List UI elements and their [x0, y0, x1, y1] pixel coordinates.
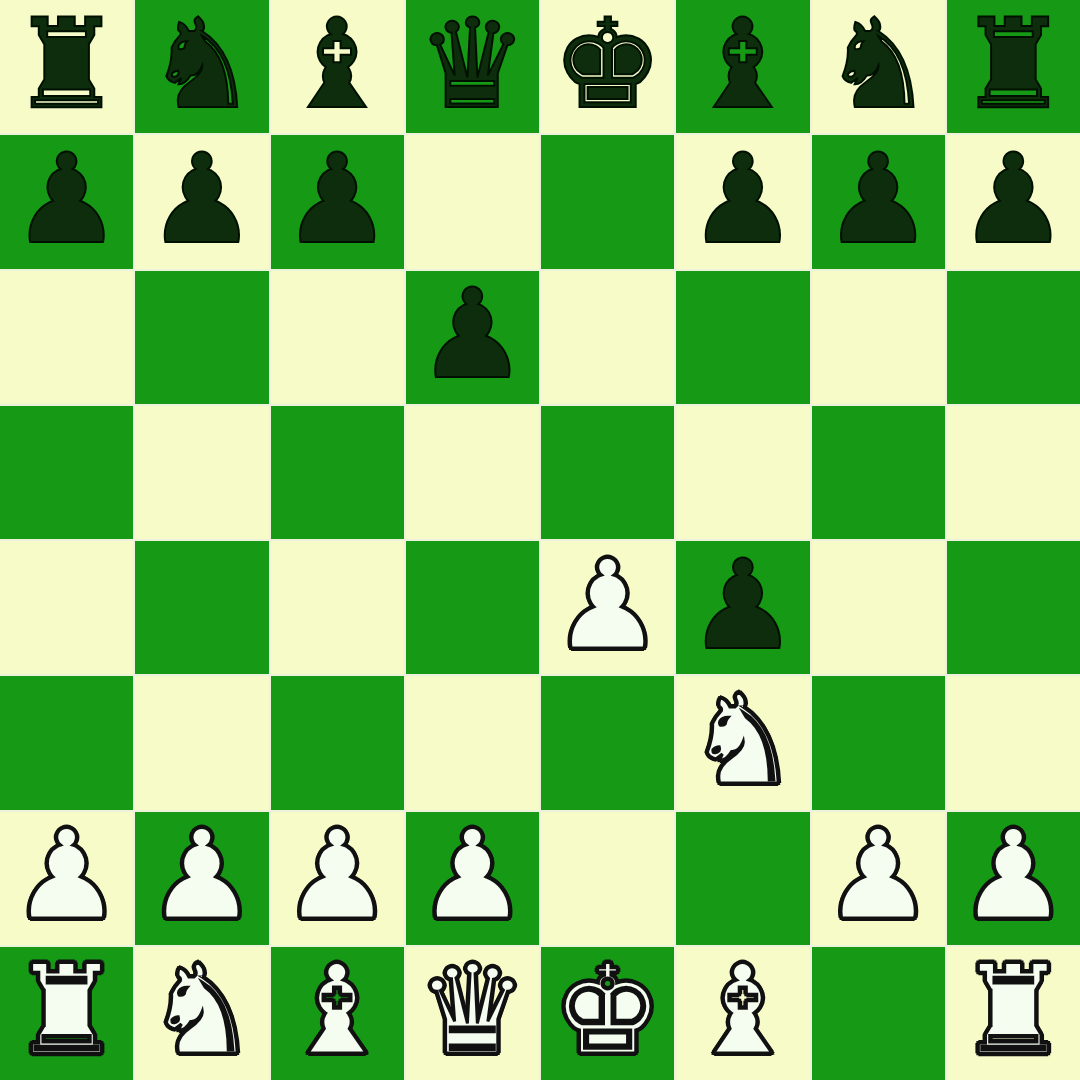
- square-g2[interactable]: ♟: [812, 812, 945, 945]
- square-c1[interactable]: ♝: [271, 947, 404, 1080]
- square-f1[interactable]: ♝: [676, 947, 809, 1080]
- square-g3[interactable]: [812, 676, 945, 809]
- square-d7[interactable]: [406, 135, 539, 268]
- black-pawn[interactable]: ♟: [687, 543, 798, 667]
- square-a2[interactable]: ♟: [0, 812, 133, 945]
- square-a8[interactable]: ♜: [0, 0, 133, 133]
- square-g5[interactable]: [812, 406, 945, 539]
- square-b3[interactable]: [135, 676, 268, 809]
- square-e3[interactable]: [541, 676, 674, 809]
- square-f8[interactable]: ♝: [676, 0, 809, 133]
- white-pawn[interactable]: ♟: [11, 813, 122, 937]
- square-g1[interactable]: [812, 947, 945, 1080]
- square-g8[interactable]: ♞: [812, 0, 945, 133]
- square-b5[interactable]: [135, 406, 268, 539]
- square-c6[interactable]: [271, 271, 404, 404]
- square-f4[interactable]: ♟: [676, 541, 809, 674]
- black-knight[interactable]: ♞: [823, 2, 934, 126]
- square-h3[interactable]: [947, 676, 1080, 809]
- black-pawn[interactable]: ♟: [958, 137, 1069, 261]
- black-bishop[interactable]: ♝: [687, 2, 798, 126]
- black-knight[interactable]: ♞: [146, 2, 257, 126]
- white-bishop[interactable]: ♝: [687, 948, 798, 1072]
- white-king[interactable]: ♚: [552, 948, 663, 1072]
- square-c8[interactable]: ♝: [271, 0, 404, 133]
- black-pawn[interactable]: ♟: [823, 137, 934, 261]
- white-pawn[interactable]: ♟: [552, 543, 663, 667]
- square-f5[interactable]: [676, 406, 809, 539]
- square-d8[interactable]: ♛: [406, 0, 539, 133]
- white-pawn[interactable]: ♟: [958, 813, 1069, 937]
- square-h6[interactable]: [947, 271, 1080, 404]
- black-rook[interactable]: ♜: [958, 2, 1069, 126]
- square-d2[interactable]: ♟: [406, 812, 539, 945]
- white-pawn[interactable]: ♟: [823, 813, 934, 937]
- square-f2[interactable]: [676, 812, 809, 945]
- black-pawn[interactable]: ♟: [11, 137, 122, 261]
- white-rook[interactable]: ♜: [958, 948, 1069, 1072]
- square-c2[interactable]: ♟: [271, 812, 404, 945]
- square-c4[interactable]: [271, 541, 404, 674]
- square-a4[interactable]: [0, 541, 133, 674]
- black-queen[interactable]: ♛: [417, 2, 528, 126]
- square-c5[interactable]: [271, 406, 404, 539]
- black-rook[interactable]: ♜: [11, 2, 122, 126]
- square-d5[interactable]: [406, 406, 539, 539]
- square-b1[interactable]: ♞: [135, 947, 268, 1080]
- chess-board: ♜♞♝♛♚♝♞♜♟♟♟♟♟♟♟♟♟♞♟♟♟♟♟♟♜♞♝♛♚♝♜: [0, 0, 1080, 1080]
- square-d6[interactable]: ♟: [406, 271, 539, 404]
- square-g7[interactable]: ♟: [812, 135, 945, 268]
- square-h1[interactable]: ♜: [947, 947, 1080, 1080]
- square-a3[interactable]: [0, 676, 133, 809]
- white-pawn[interactable]: ♟: [417, 813, 528, 937]
- square-e1[interactable]: ♚: [541, 947, 674, 1080]
- square-d1[interactable]: ♛: [406, 947, 539, 1080]
- square-a5[interactable]: [0, 406, 133, 539]
- square-f3[interactable]: ♞: [676, 676, 809, 809]
- square-d4[interactable]: [406, 541, 539, 674]
- square-h2[interactable]: ♟: [947, 812, 1080, 945]
- square-g4[interactable]: [812, 541, 945, 674]
- square-b2[interactable]: ♟: [135, 812, 268, 945]
- square-e5[interactable]: [541, 406, 674, 539]
- square-a1[interactable]: ♜: [0, 947, 133, 1080]
- black-pawn[interactable]: ♟: [687, 137, 798, 261]
- black-king[interactable]: ♚: [552, 2, 663, 126]
- square-e8[interactable]: ♚: [541, 0, 674, 133]
- square-d3[interactable]: [406, 676, 539, 809]
- square-a6[interactable]: [0, 271, 133, 404]
- white-pawn[interactable]: ♟: [282, 813, 393, 937]
- square-g6[interactable]: [812, 271, 945, 404]
- black-bishop[interactable]: ♝: [282, 2, 393, 126]
- white-pawn[interactable]: ♟: [146, 813, 257, 937]
- square-b4[interactable]: [135, 541, 268, 674]
- square-c3[interactable]: [271, 676, 404, 809]
- black-pawn[interactable]: ♟: [282, 137, 393, 261]
- white-queen[interactable]: ♛: [417, 948, 528, 1072]
- black-pawn[interactable]: ♟: [146, 137, 257, 261]
- square-f6[interactable]: [676, 271, 809, 404]
- square-e4[interactable]: ♟: [541, 541, 674, 674]
- square-h4[interactable]: [947, 541, 1080, 674]
- square-e7[interactable]: [541, 135, 674, 268]
- black-pawn[interactable]: ♟: [417, 272, 528, 396]
- square-h8[interactable]: ♜: [947, 0, 1080, 133]
- square-b6[interactable]: [135, 271, 268, 404]
- white-knight[interactable]: ♞: [687, 678, 798, 802]
- white-knight[interactable]: ♞: [146, 948, 257, 1072]
- square-h5[interactable]: [947, 406, 1080, 539]
- square-e6[interactable]: [541, 271, 674, 404]
- square-a7[interactable]: ♟: [0, 135, 133, 268]
- white-bishop[interactable]: ♝: [282, 948, 393, 1072]
- square-c7[interactable]: ♟: [271, 135, 404, 268]
- square-e2[interactable]: [541, 812, 674, 945]
- square-b7[interactable]: ♟: [135, 135, 268, 268]
- square-b8[interactable]: ♞: [135, 0, 268, 133]
- square-h7[interactable]: ♟: [947, 135, 1080, 268]
- white-rook[interactable]: ♜: [11, 948, 122, 1072]
- square-f7[interactable]: ♟: [676, 135, 809, 268]
